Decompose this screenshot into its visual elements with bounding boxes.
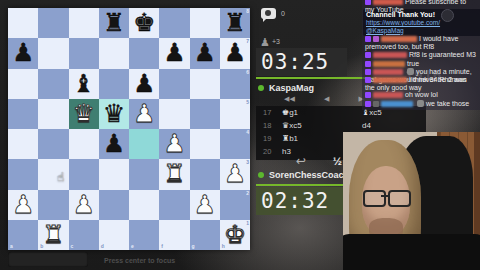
bottom-player-clock: 02:32 (256, 187, 347, 215)
file-label: f (161, 244, 163, 249)
chat-message: we take those (365, 100, 477, 108)
square-b8[interactable] (38, 8, 68, 38)
chat-username-redacted (381, 36, 417, 42)
square-c6[interactable]: ♝ (69, 69, 99, 99)
square-f7[interactable]: ♟ (159, 38, 189, 68)
square-g5[interactable] (190, 99, 220, 129)
square-c5[interactable]: ♛ (69, 99, 99, 129)
square-d3[interactable] (99, 159, 129, 189)
square-f1[interactable]: f (159, 220, 189, 250)
top-player-bar (256, 77, 376, 79)
square-b2[interactable] (38, 190, 68, 220)
black-pawn[interactable]: ♟ (8, 38, 38, 68)
square-f3[interactable]: ♜ (159, 159, 189, 189)
square-f5[interactable] (159, 99, 189, 129)
square-c8[interactable] (69, 8, 99, 38)
square-f8[interactable] (159, 8, 189, 38)
rank-label: 6 (246, 70, 249, 75)
file-label: d (101, 244, 104, 249)
square-a5[interactable] (8, 99, 38, 129)
file-label: g (192, 244, 195, 249)
white-pawn[interactable]: ♟ (190, 190, 220, 220)
square-b1[interactable]: b♜ (38, 220, 68, 250)
white-queen[interactable]: ♛ (69, 99, 99, 129)
chat-badge-icon (365, 101, 371, 107)
focus-button[interactable] (8, 252, 88, 267)
black-rook[interactable]: ♜ (220, 8, 250, 38)
chat-badge-icon (365, 69, 371, 75)
chat-message: I think 34.Rh2 was the only good way (365, 76, 477, 92)
white-pawn[interactable]: ♟ (220, 159, 250, 189)
square-h6[interactable]: 6 (220, 69, 250, 99)
chat-badge-icon (365, 0, 371, 5)
hand-cursor-icon: ☝ (57, 170, 64, 184)
bottom-player-name: SorenChessCoach (269, 170, 349, 180)
chat-emote-icon (417, 100, 424, 107)
square-a3[interactable] (8, 159, 38, 189)
chat-message-text: oh wow lol (405, 91, 438, 98)
white-pawn[interactable]: ♟ (8, 190, 38, 220)
chat-emote-icon (407, 68, 414, 75)
chat-message-text: Rf8 is guaranteed M3 (409, 51, 476, 58)
square-a8[interactable] (8, 8, 38, 38)
top-player-row: KaspaMag (258, 83, 314, 93)
webcam (343, 132, 480, 270)
chat-message: I would have premoved too, but Rf8 (365, 35, 477, 51)
square-a6[interactable] (8, 69, 38, 99)
stream-frame: 1916 ♜♚8♜♟♟♟7♟♝♟6♛♛♟5♟♟4♜3♟♟♟♟2ab♜cdefg1… (0, 0, 480, 270)
chat-username-redacted (373, 52, 407, 58)
black-move[interactable]: d4 (362, 119, 426, 132)
chat-badge-icon (365, 52, 371, 58)
chat-badge-icon (365, 61, 371, 67)
square-f2[interactable] (159, 190, 189, 220)
square-d1[interactable]: d (99, 220, 129, 250)
square-c7[interactable] (69, 38, 99, 68)
square-a2[interactable]: ♟ (8, 190, 38, 220)
square-e1[interactable]: e (129, 220, 159, 250)
square-e6[interactable]: ♟ (129, 69, 159, 99)
chat-badge-icon (365, 77, 371, 83)
rank-label: 5 (246, 100, 249, 105)
chat-message: Rf8 is guaranteed M3 (365, 51, 477, 59)
square-e5[interactable]: ♟ (129, 99, 159, 129)
square-g7[interactable]: ♟ (190, 38, 220, 68)
square-e8[interactable]: ♚ (129, 8, 159, 38)
chat-bubble-icon[interactable] (261, 8, 276, 19)
square-h4[interactable]: 4 (220, 129, 250, 159)
black-bishop[interactable]: ♝ (69, 69, 99, 99)
top-player-name: KaspaMag (269, 83, 314, 93)
black-pawn[interactable]: ♟ (159, 38, 189, 68)
square-g1[interactable]: g (190, 220, 220, 250)
chat-highlight-link2[interactable]: @KaspaMag (366, 27, 480, 35)
chat-badge-icon (373, 101, 379, 107)
chat-username-redacted (373, 69, 403, 75)
square-e7[interactable] (129, 38, 159, 68)
move-nav: ◀◀ ◀ ▶ (284, 94, 364, 104)
square-c4[interactable] (69, 129, 99, 159)
chat-message-text: true (407, 60, 419, 67)
chat-message-text: we take those (426, 100, 469, 107)
glasses-left-lens (363, 190, 386, 207)
square-g6[interactable] (190, 69, 220, 99)
square-d8[interactable]: ♜ (99, 8, 129, 38)
square-c1[interactable]: c (69, 220, 99, 250)
square-h8[interactable]: 8♜ (220, 8, 250, 38)
black-rook[interactable]: ♜ (99, 8, 129, 38)
chat-username-redacted (373, 92, 403, 98)
chat-message: Please subscribe to my YouTube (365, 0, 477, 14)
square-g2[interactable]: ♟ (190, 190, 220, 220)
game-actions: ↩ ½ (296, 154, 342, 168)
chat-username-redacted (381, 101, 413, 107)
black-pawn[interactable]: ♟ (220, 38, 250, 68)
black-pawn[interactable]: ♟ (129, 69, 159, 99)
rank-label: 2 (246, 191, 249, 196)
nav-prev-button[interactable]: ◀ (324, 94, 329, 104)
square-b6[interactable] (38, 69, 68, 99)
move-row: 18♛xc5d4 (256, 119, 426, 132)
chat-badge-icon (365, 36, 371, 42)
chat-count: 0 (281, 10, 285, 17)
file-label: c (71, 244, 74, 249)
square-a4[interactable] (8, 129, 38, 159)
black-king[interactable]: ♚ (129, 8, 159, 38)
black-pawn[interactable]: ♟ (190, 38, 220, 68)
draw-offer-button[interactable]: ½ (333, 155, 342, 167)
black-pawn[interactable]: ♟ (99, 129, 129, 159)
square-h5[interactable]: 5 (220, 99, 250, 129)
white-pawn[interactable]: ♟ (159, 129, 189, 159)
rank-label: 4 (246, 130, 249, 135)
online-dot (258, 85, 264, 91)
chat-message: oh wow lol (365, 91, 477, 99)
takeback-button[interactable]: ↩ (296, 154, 306, 168)
square-f6[interactable] (159, 69, 189, 99)
chat-highlight-link[interactable]: https://www.youtube.com/ (366, 19, 480, 27)
nav-first-button[interactable]: ◀◀ (284, 94, 295, 104)
focus-hint-text: Press center to focus (104, 257, 175, 264)
square-c3[interactable] (69, 159, 99, 189)
square-a7[interactable]: ♟ (8, 38, 38, 68)
square-g8[interactable] (190, 8, 220, 38)
square-d5[interactable]: ♛ (99, 99, 129, 129)
top-player-clock: 03:25 (256, 48, 347, 76)
square-b4[interactable] (38, 129, 68, 159)
move-number: 20 (256, 145, 282, 158)
chat-username-redacted (373, 61, 405, 67)
chat-badge-icon (365, 92, 371, 98)
square-e4[interactable] (129, 129, 159, 159)
white-king[interactable]: ♚ (220, 220, 250, 250)
chat-username-redacted (373, 77, 407, 83)
twitch-chat[interactable]: Channell Thank You! https://www.youtube.… (362, 0, 480, 110)
glasses-right-lens (388, 190, 411, 207)
square-d7[interactable] (99, 38, 129, 68)
square-b5[interactable] (38, 99, 68, 129)
chat-bubble-figure (265, 10, 271, 16)
bottom-player-bar (256, 184, 344, 186)
square-b7[interactable] (38, 38, 68, 68)
chess-board[interactable]: ♜♚8♜♟♟♟7♟♝♟6♛♛♟5♟♟4♜3♟♟♟♟2ab♜cdefg1h♚ (8, 8, 250, 250)
file-label: a (10, 244, 13, 249)
square-h3[interactable]: 3♟ (220, 159, 250, 189)
square-e2[interactable] (129, 190, 159, 220)
square-d2[interactable] (99, 190, 129, 220)
white-rook[interactable]: ♜ (38, 220, 68, 250)
square-h1[interactable]: 1h♚ (220, 220, 250, 250)
square-d4[interactable]: ♟ (99, 129, 129, 159)
square-c2[interactable]: ♟ (69, 190, 99, 220)
square-e3[interactable] (129, 159, 159, 189)
glasses-bridge (381, 195, 389, 197)
square-h7[interactable]: 7♟ (220, 38, 250, 68)
online-dot (258, 172, 264, 178)
move-number: 19 (256, 132, 282, 145)
white-move[interactable]: ♛xc5 (282, 119, 362, 132)
square-g4[interactable] (190, 129, 220, 159)
move-number: 17 (256, 106, 282, 119)
chat-message: true (365, 60, 477, 68)
move-number: 18 (256, 119, 282, 132)
chat-badge-icon (373, 36, 379, 42)
material-advantage-value: +3 (272, 38, 280, 45)
chat-username-redacted (373, 0, 403, 5)
white-move[interactable]: ♚g1 (282, 106, 362, 119)
white-pawn[interactable]: ♟ (69, 190, 99, 220)
white-pawn[interactable]: ♟ (129, 99, 159, 129)
square-g3[interactable] (190, 159, 220, 189)
square-a1[interactable]: a (8, 220, 38, 250)
streamer-body (343, 234, 480, 270)
file-label: e (131, 244, 134, 249)
square-f4[interactable]: ♟ (159, 129, 189, 159)
black-queen[interactable]: ♛ (99, 99, 129, 129)
square-d6[interactable] (99, 69, 129, 99)
white-rook[interactable]: ♜ (159, 159, 189, 189)
square-h2[interactable]: 2 (220, 190, 250, 220)
